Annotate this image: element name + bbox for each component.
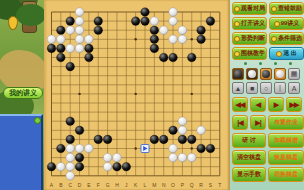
white-stone-D17 <box>75 26 84 35</box>
col-label: Q <box>190 182 194 188</box>
col-label: F <box>97 182 100 188</box>
black-stone-N14 <box>159 53 168 62</box>
place-white-stone-button[interactable] <box>274 68 286 80</box>
col-label: J <box>125 182 128 188</box>
white-stone-B16 <box>57 35 66 44</box>
black-stone-L18 <box>141 17 150 26</box>
col-label: T <box>218 182 221 188</box>
white-stone-E4 <box>85 144 94 153</box>
restore-board-button[interactable]: 恢复棋盘 <box>268 150 304 165</box>
current-move-marker <box>141 145 149 153</box>
go-board-svg[interactable]: ABCDEFGHJKLMNOPQRST123456789101112131415… <box>44 0 230 190</box>
white-stone-O4 <box>169 144 178 153</box>
menu-button-8[interactable]: 退 出 <box>269 47 304 60</box>
white-stone-O18 <box>169 17 178 26</box>
menu-button-label: 围棋教学 <box>241 49 265 58</box>
black-stone-J2 <box>122 162 131 171</box>
white-stone-P7 <box>178 117 187 126</box>
black-stone-B15 <box>57 44 66 53</box>
black-stone-A15 <box>47 44 56 53</box>
black-stone-C7 <box>66 117 75 126</box>
white-stone-P6 <box>178 126 187 135</box>
white-stone-O16 <box>169 35 178 44</box>
white-stone-D16 <box>75 35 84 44</box>
black-stone-F18 <box>94 17 103 26</box>
media-controls-row: ◀◀◀▶▶▶ <box>232 97 304 112</box>
white-stone-icon <box>276 70 284 78</box>
extra-tool-button[interactable]: ▦ <box>288 68 300 80</box>
col-label: L <box>144 182 147 188</box>
black-stone-G5 <box>103 135 112 144</box>
path-art <box>0 50 46 92</box>
left-scene-panel: 我的讲义 <box>0 0 46 190</box>
black-stone-Q14 <box>187 53 196 62</box>
button-icon <box>276 51 282 57</box>
col-label: G <box>106 182 110 188</box>
assign-homework-button[interactable]: 布置作业 <box>268 115 304 130</box>
black-stone-icon <box>262 70 270 78</box>
white-stone-C4 <box>66 144 75 153</box>
menu-button-1[interactable]: 观看对局 <box>232 2 267 15</box>
separator-dot <box>289 62 292 65</box>
white-stone-D19 <box>75 8 84 17</box>
separator-dot <box>244 62 247 65</box>
my-lecture-button[interactable]: 我的讲义 <box>3 87 43 99</box>
col-label: H <box>115 182 119 188</box>
white-stone-Q3 <box>187 153 196 162</box>
black-stone-K18 <box>131 17 140 26</box>
white-stone-A16 <box>47 35 56 44</box>
white-stone-N17 <box>159 26 168 35</box>
black-stone-M16 <box>150 35 159 44</box>
white-stone-icon <box>248 70 256 78</box>
switch-board-button[interactable]: 切换棋盘 <box>268 167 304 182</box>
col-label: N <box>162 182 166 188</box>
separator-dot <box>259 62 262 65</box>
black-stone-icon <box>234 70 242 78</box>
white-stone-R6 <box>197 126 206 135</box>
white-stone-O19 <box>169 8 178 17</box>
separator-dot <box>274 62 277 65</box>
separator-dots <box>232 62 304 66</box>
black-stone-H2 <box>113 162 122 171</box>
black-stone-A2 <box>47 162 56 171</box>
go-to-end-button[interactable]: ▶| <box>250 115 266 130</box>
col-label: M <box>152 182 156 188</box>
white-stone-C1 <box>66 172 75 181</box>
menu-button-7[interactable]: 围棋教学 <box>232 47 267 60</box>
button-icon <box>271 6 277 12</box>
button-icon <box>271 36 277 42</box>
menu-button-4[interactable]: 99讲义 <box>269 17 304 30</box>
place-black-stone-button[interactable] <box>260 68 272 80</box>
black-stone-F5 <box>94 135 103 144</box>
button-icon <box>234 51 240 57</box>
black-stone-E14 <box>85 53 94 62</box>
discuss-button[interactable]: 研 讨 <box>232 133 266 148</box>
black-stone-R17 <box>197 26 206 35</box>
fast-rewind-button[interactable]: ◀◀ <box>232 97 248 112</box>
black-stone-D3 <box>75 153 84 162</box>
black-stone-B4 <box>57 144 66 153</box>
place-black-stone-button[interactable] <box>232 68 244 80</box>
white-stone-G2 <box>103 162 112 171</box>
triangle-mark-button[interactable]: ▲ <box>232 82 244 94</box>
col-label: P <box>181 182 185 188</box>
white-stone-H3 <box>113 153 122 162</box>
black-stone-M5 <box>150 135 159 144</box>
white-stone-P3 <box>178 153 187 162</box>
white-stone-G3 <box>103 153 112 162</box>
black-stone-E15 <box>85 44 94 53</box>
mark-tool-row: ▲■○∣A <box>232 82 304 94</box>
menu-button-label: 退 出 <box>283 49 297 58</box>
menu-button-2[interactable]: 查错鼓励 <box>269 2 304 15</box>
white-stone-D15 <box>75 44 84 53</box>
white-stone-C2 <box>66 162 75 171</box>
button-icon <box>234 21 240 27</box>
col-label: R <box>199 182 203 188</box>
black-stone-R4 <box>197 144 206 153</box>
black-stone-M15 <box>150 44 159 53</box>
black-stone-D2 <box>75 162 84 171</box>
col-label: C <box>68 182 72 188</box>
action-button-grid: 研 讨加载棋谱清空棋盘恢复棋盘显示手数切换棋盘 <box>232 133 304 182</box>
col-label: A <box>50 182 54 188</box>
black-stone-B14 <box>57 53 66 62</box>
white-stone-O3 <box>169 153 178 162</box>
black-stone-O14 <box>169 53 178 62</box>
white-stone-D4 <box>75 144 84 153</box>
black-stone-C18 <box>66 17 75 26</box>
white-stone-M18 <box>150 17 159 26</box>
white-stone-P16 <box>178 35 187 44</box>
circle-mark-button[interactable]: ○ <box>260 82 272 94</box>
white-stone-P17 <box>178 26 187 35</box>
black-stone-L19 <box>141 8 150 17</box>
step-back-button[interactable]: ◀ <box>250 97 266 112</box>
black-stone-C13 <box>66 62 75 71</box>
black-stone-D6 <box>75 126 84 135</box>
go-board[interactable]: ABCDEFGHJKLMNOPQRST123456789101112131415… <box>44 0 230 190</box>
col-label: S <box>209 182 213 188</box>
menu-button-label: 形势判断 <box>241 34 265 43</box>
black-stone-R16 <box>197 35 206 44</box>
black-stone-P5 <box>178 135 187 144</box>
button-icon <box>274 21 280 27</box>
fast-forward-button[interactable]: ▶▶ <box>286 97 302 112</box>
media-controls-row2: |◀▶|布置作业 <box>232 115 304 130</box>
step-forward-button[interactable]: ▶ <box>268 97 284 112</box>
menu-button-label: 观看对局 <box>241 4 265 13</box>
menu-button-label: 打开讲义 <box>241 19 265 28</box>
menu-button-label: 查错鼓励 <box>278 4 302 13</box>
white-stone-E16 <box>85 35 94 44</box>
clear-board-button[interactable]: 清空棋盘 <box>232 150 266 165</box>
panel-green-dot <box>34 117 41 124</box>
white-stone-C15 <box>66 44 75 53</box>
menu-button-grid: 观看对局查错鼓励打开讲义99讲义形势判断条件筛选围棋教学退 出 <box>232 2 304 60</box>
button-icon <box>234 6 240 12</box>
white-stone-C3 <box>66 153 75 162</box>
black-stone-C5 <box>66 135 75 144</box>
line-mark-button[interactable]: ∣ <box>274 82 286 94</box>
black-stone-N5 <box>159 135 168 144</box>
go-teaching-app-window: 我的讲义 ABCDEFGHJKLMNOPQRST1234567891011121… <box>0 0 304 190</box>
menu-button-3[interactable]: 打开讲义 <box>232 17 267 30</box>
load-record-button[interactable]: 加载棋谱 <box>268 133 304 148</box>
black-stone-Q5 <box>187 135 196 144</box>
menu-button-label: 条件筛选 <box>278 34 302 43</box>
gold-gourd-icon <box>8 16 18 30</box>
col-label: K <box>134 182 138 188</box>
white-stone-B2 <box>57 162 66 171</box>
right-control-panel: 观看对局查错鼓励打开讲义99讲义形势判断条件筛选围棋教学退 出 ▦ ▲■○∣A … <box>230 0 304 190</box>
black-stone-S18 <box>206 17 215 26</box>
black-stone-B17 <box>57 26 66 35</box>
black-stone-F17 <box>94 26 103 35</box>
col-label: E <box>87 182 91 188</box>
stone-tool-row: ▦ <box>232 68 304 80</box>
place-white-stone-button[interactable] <box>246 68 258 80</box>
square-mark-button[interactable]: ■ <box>246 82 258 94</box>
white-stone-C17 <box>66 26 75 35</box>
black-stone-M17 <box>150 26 159 35</box>
button-icon <box>234 36 240 42</box>
tree-canopy-icon <box>16 4 46 26</box>
go-to-start-button[interactable]: |◀ <box>232 115 248 130</box>
menu-button-6[interactable]: 条件筛选 <box>269 32 304 45</box>
col-label: B <box>59 182 63 188</box>
menu-button-label: 99讲义 <box>281 19 300 28</box>
col-label: O <box>171 182 175 188</box>
black-stone-O6 <box>169 126 178 135</box>
white-stone-D18 <box>75 17 84 26</box>
letter-mark-button[interactable]: A <box>288 82 300 94</box>
col-label: D <box>78 182 82 188</box>
show-move-numbers-button[interactable]: 显示手数 <box>232 167 266 182</box>
black-stone-S4 <box>206 144 215 153</box>
menu-button-5[interactable]: 形势判断 <box>232 32 267 45</box>
blue-side-panel <box>0 114 43 190</box>
